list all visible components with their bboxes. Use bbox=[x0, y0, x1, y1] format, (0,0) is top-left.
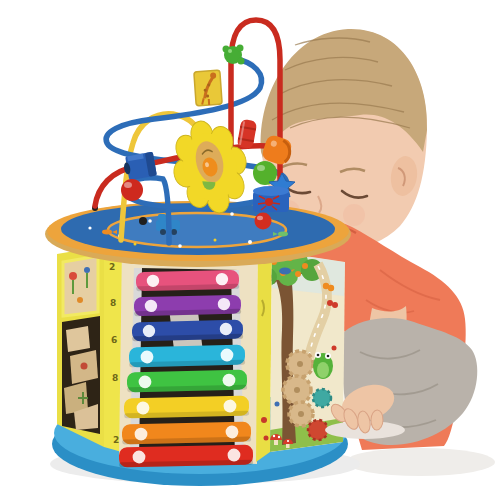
cheek-right bbox=[343, 204, 365, 226]
number-strip bbox=[104, 244, 122, 452]
wire-anchor-center bbox=[139, 217, 147, 225]
frog bbox=[313, 352, 333, 379]
scene-flower-dot bbox=[332, 346, 337, 351]
printed-tile-panel bbox=[63, 256, 98, 316]
red-ball-bead bbox=[255, 213, 272, 230]
scene-flower-dot2 bbox=[275, 402, 280, 407]
product-photo: 2 8 6 8 2 bbox=[0, 0, 500, 500]
strip-digit-5: 2 bbox=[113, 435, 119, 445]
strip-digit-2: 8 bbox=[110, 298, 116, 308]
spider-cylinder-bead bbox=[253, 186, 289, 212]
right-edge-strip bbox=[256, 248, 272, 462]
strip-digit-4: 8 bbox=[112, 373, 118, 383]
red-sphere-bead bbox=[121, 179, 143, 201]
strip-digit-1: 2 bbox=[109, 262, 115, 272]
strip-digit-3: 6 bbox=[111, 335, 117, 345]
giraffe-tile bbox=[194, 70, 222, 106]
product-photo-stage: 2 8 6 8 2 bbox=[0, 0, 500, 500]
green-knob-bead bbox=[223, 45, 245, 65]
child-floor-shadow bbox=[345, 448, 495, 476]
